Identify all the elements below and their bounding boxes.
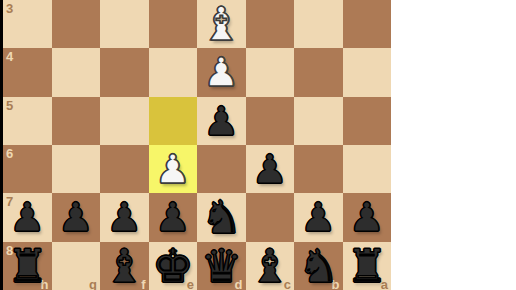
black-pawn-h7[interactable]: ♟: [3, 193, 52, 241]
square-d5[interactable]: ♟: [197, 97, 246, 145]
black-knight-b8[interactable]: ♞: [294, 242, 343, 290]
video-frame: 3♝4♟5♟6♟♟7♟♟♟♟♞♟♟8h♜gf♝e♚d♛c♝b♞a♜: [0, 0, 516, 290]
square-g6[interactable]: [52, 145, 101, 193]
black-pawn-d5[interactable]: ♟: [197, 97, 246, 145]
square-h7[interactable]: 7♟: [3, 193, 52, 241]
white-bishop-d3[interactable]: ♝: [197, 0, 246, 48]
square-e3[interactable]: [149, 0, 198, 48]
square-f3[interactable]: [100, 0, 149, 48]
square-f5[interactable]: [100, 97, 149, 145]
square-f7[interactable]: ♟: [100, 193, 149, 241]
square-a6[interactable]: [343, 145, 392, 193]
chess-board: 3♝4♟5♟6♟♟7♟♟♟♟♞♟♟8h♜gf♝e♚d♛c♝b♞a♜: [3, 0, 391, 290]
square-c8[interactable]: c♝: [246, 242, 295, 290]
square-e6[interactable]: ♟: [149, 145, 198, 193]
square-a5[interactable]: [343, 97, 392, 145]
square-b3[interactable]: [294, 0, 343, 48]
white-pawn-d4[interactable]: ♟: [197, 48, 246, 96]
square-e5[interactable]: [149, 97, 198, 145]
white-pawn-e6[interactable]: ♟: [149, 145, 198, 193]
square-g8[interactable]: g: [52, 242, 101, 290]
square-c6[interactable]: ♟: [246, 145, 295, 193]
square-f8[interactable]: f♝: [100, 242, 149, 290]
rank-label-4: 4: [6, 50, 13, 63]
square-e4[interactable]: [149, 48, 198, 96]
black-rook-h8[interactable]: ♜: [3, 242, 52, 290]
black-king-e8[interactable]: ♚: [149, 242, 198, 290]
black-pawn-e7[interactable]: ♟: [149, 193, 198, 241]
black-pawn-a7[interactable]: ♟: [343, 193, 392, 241]
black-queen-d8[interactable]: ♛: [197, 242, 246, 290]
square-a7[interactable]: ♟: [343, 193, 392, 241]
square-d6[interactable]: [197, 145, 246, 193]
black-rook-a8[interactable]: ♜: [343, 242, 392, 290]
square-b4[interactable]: [294, 48, 343, 96]
square-b8[interactable]: b♞: [294, 242, 343, 290]
square-b5[interactable]: [294, 97, 343, 145]
file-label-g: g: [89, 278, 97, 290]
square-a4[interactable]: [343, 48, 392, 96]
square-c3[interactable]: [246, 0, 295, 48]
square-b7[interactable]: ♟: [294, 193, 343, 241]
square-d7[interactable]: ♞: [197, 193, 246, 241]
square-c5[interactable]: [246, 97, 295, 145]
rank-label-6: 6: [6, 147, 13, 160]
black-bishop-f8[interactable]: ♝: [100, 242, 149, 290]
square-a8[interactable]: a♜: [343, 242, 392, 290]
square-g5[interactable]: [52, 97, 101, 145]
square-g7[interactable]: ♟: [52, 193, 101, 241]
square-h3[interactable]: 3: [3, 0, 52, 48]
black-bishop-c8[interactable]: ♝: [246, 242, 295, 290]
square-b6[interactable]: [294, 145, 343, 193]
square-f6[interactable]: [100, 145, 149, 193]
square-h6[interactable]: 6: [3, 145, 52, 193]
right-blank-area: [391, 0, 516, 290]
square-d4[interactable]: ♟: [197, 48, 246, 96]
square-g4[interactable]: [52, 48, 101, 96]
square-e8[interactable]: e♚: [149, 242, 198, 290]
black-knight-d7[interactable]: ♞: [197, 193, 246, 241]
square-d8[interactable]: d♛: [197, 242, 246, 290]
square-h8[interactable]: 8h♜: [3, 242, 52, 290]
black-pawn-f7[interactable]: ♟: [100, 193, 149, 241]
square-c7[interactable]: [246, 193, 295, 241]
rank-label-5: 5: [6, 99, 13, 112]
square-e7[interactable]: ♟: [149, 193, 198, 241]
black-pawn-g7[interactable]: ♟: [52, 193, 101, 241]
black-pawn-b7[interactable]: ♟: [294, 193, 343, 241]
square-a3[interactable]: [343, 0, 392, 48]
black-pawn-c6[interactable]: ♟: [246, 145, 295, 193]
square-g3[interactable]: [52, 0, 101, 48]
square-h5[interactable]: 5: [3, 97, 52, 145]
square-c4[interactable]: [246, 48, 295, 96]
square-f4[interactable]: [100, 48, 149, 96]
rank-label-3: 3: [6, 2, 13, 15]
square-d3[interactable]: ♝: [197, 0, 246, 48]
square-h4[interactable]: 4: [3, 48, 52, 96]
